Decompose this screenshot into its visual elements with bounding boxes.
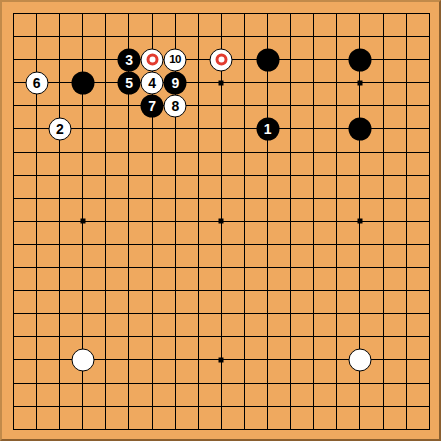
white-stone-marked xyxy=(141,48,164,71)
star-point xyxy=(219,80,224,85)
black-stone xyxy=(348,48,371,71)
grid-line-vertical xyxy=(429,13,430,430)
grid-line-horizontal xyxy=(13,406,430,407)
grid-line-vertical xyxy=(244,13,245,430)
grid-line-horizontal xyxy=(13,313,430,314)
black-stone xyxy=(71,71,94,94)
star-point xyxy=(219,219,224,224)
star-point xyxy=(80,219,85,224)
white-stone-marked xyxy=(210,48,233,71)
black-stone-move-9: 9 xyxy=(164,71,187,94)
star-point xyxy=(357,219,362,224)
grid-line-horizontal xyxy=(13,290,430,291)
stone-move-number: 3 xyxy=(125,53,132,67)
white-stone-move-2: 2 xyxy=(48,117,71,140)
red-circle-mark-icon xyxy=(146,54,158,66)
white-stone-move-4: 4 xyxy=(141,71,164,94)
black-stone-move-1: 1 xyxy=(256,117,279,140)
black-stone xyxy=(256,48,279,71)
white-stone xyxy=(71,348,94,371)
stone-move-number: 5 xyxy=(125,76,132,90)
black-stone-move-7: 7 xyxy=(141,94,164,117)
stone-move-number: 1 xyxy=(264,122,271,136)
grid-line-vertical xyxy=(267,13,268,430)
go-board: 12345678910 xyxy=(0,0,441,441)
grid-line-vertical xyxy=(313,13,314,430)
white-stone-move-8: 8 xyxy=(164,94,187,117)
grid-line-vertical xyxy=(406,13,407,430)
grid-line-vertical xyxy=(336,13,337,430)
red-circle-mark-icon xyxy=(215,54,227,66)
grid-line-horizontal xyxy=(13,267,430,268)
stone-move-number: 8 xyxy=(171,99,178,113)
stone-move-number: 9 xyxy=(171,76,178,90)
white-stone-move-6: 6 xyxy=(25,71,48,94)
stone-move-number: 7 xyxy=(148,99,155,113)
stone-move-number: 10 xyxy=(169,54,181,66)
grid-line-vertical xyxy=(290,13,291,430)
star-point xyxy=(219,357,224,362)
grid-line-horizontal xyxy=(13,244,430,245)
black-stone xyxy=(348,117,371,140)
black-stone-move-3: 3 xyxy=(117,48,140,71)
white-stone-move-10: 10 xyxy=(164,48,187,71)
grid-line-horizontal xyxy=(13,429,430,430)
stone-move-number: 6 xyxy=(33,76,40,90)
stone-move-number: 2 xyxy=(56,122,63,136)
black-stone-move-5: 5 xyxy=(117,71,140,94)
grid-line-horizontal xyxy=(13,336,430,337)
grid-line-horizontal xyxy=(13,383,430,384)
stone-move-number: 4 xyxy=(148,76,155,90)
grid-line-vertical xyxy=(383,13,384,430)
white-stone xyxy=(348,348,371,371)
star-point xyxy=(357,80,362,85)
